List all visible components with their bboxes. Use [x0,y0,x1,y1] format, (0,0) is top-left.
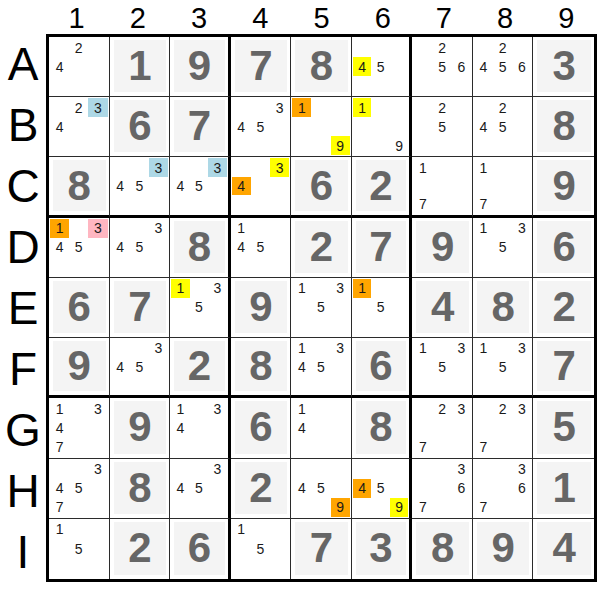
cell-H3[interactable]: 345 [170,459,231,519]
column-label-1: 1 [46,0,107,34]
cell-I6[interactable]: 3 [352,519,413,579]
row-label-I: I [0,521,46,582]
cell-D5[interactable]: 2 [291,218,352,278]
pencil-mark-F5-1: 1 [292,339,311,357]
pencil-mark-F7-3: 3 [452,339,471,357]
cell-I7[interactable]: 8 [412,519,473,579]
pencil-mark-A6-5: 5 [371,57,390,76]
cell-C1[interactable]: 8 [49,157,110,217]
column-label-3: 3 [168,0,229,34]
pencil-mark-B1-4: 4 [50,117,69,136]
solved-digit-D3: 8 [174,221,225,273]
cell-H1[interactable]: 3457 [49,459,110,519]
pencil-mark-H1-7: 7 [50,498,69,517]
pencil-grid-H7: 367 [413,460,471,517]
pencil-mark-C7-7: 7 [413,195,432,213]
pencil-grid-A8: 2456 [474,38,532,95]
pencil-mark-E3-1: 1 [171,279,190,298]
solved-digit-E8: 8 [477,281,530,333]
pencil-mark-F5-3: 3 [331,339,350,357]
pencil-mark-F7-1: 1 [413,339,432,357]
pencil-mark-D4-5: 5 [251,238,270,257]
pencil-mark-H6-4: 4 [353,479,372,498]
pencil-mark-H8-3: 3 [512,460,531,479]
cell-B4[interactable]: 345 [231,97,292,157]
row-label-G: G [0,399,46,460]
pencil-mark-A8-5: 5 [493,57,512,76]
pencil-mark-H5-4: 4 [292,479,311,498]
cell-E8[interactable]: 8 [473,278,534,338]
solved-digit-D9: 6 [537,221,591,273]
pencil-grid-E5: 135 [292,279,350,336]
pencil-grid-C8: 17 [474,158,532,213]
pencil-mark-G7-3: 3 [452,399,471,418]
pencil-mark-C4-4: 4 [232,177,251,195]
solved-digit-I8: 9 [477,522,530,575]
solved-digit-E2: 7 [114,281,167,333]
pencil-mark-B4-5: 5 [251,117,270,136]
pencil-mark-B7-5: 5 [433,117,452,136]
cell-B8[interactable]: 245 [473,97,534,157]
cell-E4[interactable]: 9 [231,278,292,338]
pencil-mark-I1-1: 1 [50,520,69,539]
cell-D1[interactable]: 1345 [49,218,110,278]
solved-digit-I2: 2 [114,522,167,575]
pencil-grid-D2: 345 [111,219,169,276]
pencil-mark-G1-1: 1 [50,399,69,418]
cell-E2[interactable]: 7 [110,278,171,338]
row-label-D: D [0,217,46,278]
pencil-mark-I4-5: 5 [251,539,270,558]
pencil-mark-B8-5: 5 [493,117,512,136]
cell-E6[interactable]: 15 [352,278,413,338]
cell-I5[interactable]: 7 [291,519,352,579]
pencil-mark-B1-3: 3 [88,98,107,117]
pencil-grid-F7: 135 [413,339,471,394]
cell-H6[interactable]: 459 [352,459,413,519]
pencil-mark-E5-5: 5 [311,298,330,317]
cell-G7[interactable]: 237 [412,398,473,458]
pencil-mark-H3-5: 5 [190,479,209,498]
pencil-mark-F2-5: 5 [130,358,149,376]
pencil-mark-B4-4: 4 [232,117,251,136]
sudoku-grid: 2419784525624563234673451919252458834534… [46,34,597,582]
cell-G1[interactable]: 1347 [49,398,110,458]
cell-C9[interactable]: 9 [533,157,594,217]
cell-I8[interactable]: 9 [473,519,534,579]
pencil-mark-G8-2: 2 [493,399,512,418]
cell-G2[interactable]: 9 [110,398,171,458]
solved-digit-D7: 9 [416,221,469,273]
cell-B9[interactable]: 8 [533,97,594,157]
cell-I1[interactable]: 15 [49,519,110,579]
pencil-mark-H1-5: 5 [69,479,88,498]
pencil-grid-F8: 135 [474,339,532,394]
solved-digit-D5: 2 [295,221,348,273]
pencil-mark-G8-7: 7 [474,437,493,456]
pencil-mark-H7-6: 6 [452,479,471,498]
pencil-mark-C8-1: 1 [474,158,493,176]
pencil-mark-B6-1: 1 [353,98,372,117]
pencil-mark-C7-1: 1 [413,158,432,176]
pencil-mark-D1-1: 1 [50,219,69,238]
solved-digit-C6: 2 [356,160,407,210]
pencil-mark-A7-2: 2 [433,38,452,57]
pencil-mark-C2-4: 4 [111,177,130,195]
pencil-mark-H3-3: 3 [208,460,227,479]
pencil-mark-F8-1: 1 [474,339,493,357]
pencil-grid-A6: 45 [353,38,409,95]
cell-H8[interactable]: 367 [473,459,534,519]
cell-C2[interactable]: 345 [110,157,171,217]
pencil-grid-A7: 256 [413,38,471,95]
pencil-grid-D8: 135 [474,219,532,276]
pencil-mark-E5-3: 3 [331,279,350,298]
column-label-5: 5 [291,0,352,34]
solved-digit-G6: 8 [356,401,407,453]
cell-F5[interactable]: 1345 [291,338,352,398]
pencil-mark-H8-6: 6 [512,479,531,498]
pencil-grid-H8: 367 [474,460,532,517]
cell-D6[interactable]: 7 [352,218,413,278]
column-label-8: 8 [475,0,536,34]
row-label-B: B [0,95,46,156]
cell-E1[interactable]: 6 [49,278,110,338]
pencil-grid-C2: 345 [111,158,169,213]
pencil-grid-H5: 459 [292,460,350,517]
pencil-mark-I1-5: 5 [69,539,88,558]
pencil-mark-B6-9: 9 [390,136,409,155]
pencil-grid-B7: 25 [413,98,471,155]
cell-B5[interactable]: 19 [291,97,352,157]
pencil-mark-E5-1: 1 [292,279,311,298]
cell-I3[interactable]: 6 [170,519,231,579]
pencil-mark-D8-1: 1 [474,219,493,238]
cell-D3[interactable]: 8 [170,218,231,278]
pencil-grid-B6: 19 [353,98,409,155]
pencil-mark-A8-6: 6 [512,57,531,76]
pencil-mark-F5-5: 5 [311,358,330,376]
pencil-mark-H6-9: 9 [390,498,409,517]
pencil-grid-C3: 345 [171,158,227,213]
solved-digit-H9: 1 [537,462,591,514]
pencil-mark-A8-4: 4 [474,57,493,76]
pencil-mark-F2-3: 3 [149,339,168,357]
pencil-mark-D8-3: 3 [512,219,531,238]
pencil-grid-H1: 3457 [50,460,108,517]
solved-digit-B2: 6 [114,100,167,152]
pencil-mark-D8-5: 5 [493,238,512,257]
solved-digit-A2: 1 [114,40,167,92]
sudoku-app: 123456789 ABCDEFGHI 24197845256245632346… [0,0,600,589]
pencil-mark-E6-5: 5 [371,298,390,317]
pencil-grid-B1: 234 [50,98,108,155]
pencil-mark-F2-4: 4 [111,358,130,376]
pencil-grid-E6: 15 [353,279,409,336]
cell-A9[interactable]: 3 [533,37,594,97]
solved-digit-B3: 7 [174,100,225,152]
column-label-2: 2 [107,0,168,34]
pencil-mark-F5-4: 4 [292,358,311,376]
pencil-mark-A7-5: 5 [433,57,452,76]
pencil-mark-C8-7: 7 [474,195,493,213]
pencil-mark-B8-4: 4 [474,117,493,136]
row-label-C: C [0,156,46,217]
pencil-mark-G7-2: 2 [433,399,452,418]
pencil-mark-D4-1: 1 [232,219,251,238]
pencil-mark-H5-9: 9 [331,498,350,517]
cell-C8[interactable]: 17 [473,157,534,217]
column-labels: 123456789 [46,0,597,34]
cell-D4[interactable]: 145 [231,218,292,278]
pencil-grid-F5: 1345 [292,339,350,394]
cell-F1[interactable]: 9 [49,338,110,398]
pencil-mark-D1-5: 5 [69,238,88,257]
pencil-mark-G3-4: 4 [171,418,190,437]
cell-H2[interactable]: 8 [110,459,171,519]
cell-E5[interactable]: 135 [291,278,352,338]
pencil-mark-A7-6: 6 [452,57,471,76]
pencil-mark-E6-1: 1 [353,279,372,298]
pencil-mark-G3-3: 3 [208,399,227,418]
pencil-mark-H6-5: 5 [371,479,390,498]
pencil-mark-H1-4: 4 [50,479,69,498]
pencil-mark-A1-4: 4 [50,57,69,76]
column-label-7: 7 [413,0,474,34]
cell-G4[interactable]: 6 [231,398,292,458]
solved-digit-F9: 7 [537,341,591,391]
cell-F2[interactable]: 345 [110,338,171,398]
solved-digit-A4: 7 [235,40,288,92]
cell-B2[interactable]: 6 [110,97,171,157]
cell-A1[interactable]: 24 [49,37,110,97]
pencil-mark-F8-3: 3 [512,339,531,357]
pencil-grid-H3: 345 [171,460,227,517]
pencil-mark-F7-5: 5 [433,358,452,376]
column-label-4: 4 [230,0,291,34]
pencil-mark-G1-7: 7 [50,437,69,456]
row-label-H: H [0,460,46,521]
pencil-grid-G1: 1347 [50,399,108,456]
pencil-mark-D2-5: 5 [130,238,149,257]
cell-D7[interactable]: 9 [412,218,473,278]
pencil-grid-F2: 345 [111,339,169,394]
solved-digit-F1: 9 [53,341,106,391]
solved-digit-H2: 8 [114,462,167,514]
cell-A6[interactable]: 45 [352,37,413,97]
cell-C5[interactable]: 6 [291,157,352,217]
cell-F8[interactable]: 135 [473,338,534,398]
solved-digit-G4: 6 [235,401,288,453]
solved-digit-D6: 7 [356,221,407,273]
pencil-mark-D1-4: 4 [50,238,69,257]
cell-F4[interactable]: 8 [231,338,292,398]
pencil-mark-B7-2: 2 [433,98,452,117]
cell-B7[interactable]: 25 [412,97,473,157]
solved-digit-A9: 3 [537,40,591,92]
cell-G6[interactable]: 8 [352,398,413,458]
solved-digit-C5: 6 [295,160,348,210]
cell-E7[interactable]: 4 [412,278,473,338]
pencil-mark-B5-9: 9 [331,136,350,155]
solved-digit-E1: 6 [53,281,106,333]
solved-digit-A5: 8 [295,40,348,92]
pencil-mark-G1-4: 4 [50,418,69,437]
pencil-mark-B1-2: 2 [69,98,88,117]
cell-H9[interactable]: 1 [533,459,594,519]
solved-digit-G9: 5 [537,401,591,453]
cell-H5[interactable]: 459 [291,459,352,519]
pencil-grid-G3: 134 [171,399,227,456]
cell-I9[interactable]: 4 [533,519,594,579]
solved-digit-I3: 6 [174,522,225,575]
pencil-grid-B5: 19 [292,98,350,155]
cell-E3[interactable]: 135 [170,278,231,338]
pencil-mark-G1-3: 3 [88,399,107,418]
pencil-mark-E3-5: 5 [190,298,209,317]
cell-B1[interactable]: 234 [49,97,110,157]
pencil-mark-G7-7: 7 [413,437,432,456]
pencil-mark-C2-5: 5 [130,177,149,195]
pencil-mark-D2-4: 4 [111,238,130,257]
row-label-F: F [0,338,46,399]
pencil-grid-E3: 135 [171,279,227,336]
pencil-mark-B4-3: 3 [270,98,289,117]
pencil-mark-D1-3: 3 [88,219,107,238]
pencil-mark-E3-3: 3 [208,279,227,298]
cell-C6[interactable]: 2 [352,157,413,217]
pencil-mark-H8-7: 7 [474,498,493,517]
pencil-mark-C2-3: 3 [149,158,168,176]
cell-A2[interactable]: 1 [110,37,171,97]
cell-G5[interactable]: 14 [291,398,352,458]
pencil-mark-G5-1: 1 [292,399,311,418]
cell-G9[interactable]: 5 [533,398,594,458]
cell-A7[interactable]: 256 [412,37,473,97]
pencil-mark-H3-4: 4 [171,479,190,498]
pencil-mark-B8-2: 2 [493,98,512,117]
pencil-mark-C3-4: 4 [171,177,190,195]
cell-G8[interactable]: 237 [473,398,534,458]
cell-I2[interactable]: 2 [110,519,171,579]
solved-digit-G2: 9 [114,401,167,453]
row-labels: ABCDEFGHI [0,34,46,582]
pencil-mark-C3-3: 3 [208,158,227,176]
pencil-mark-H7-3: 3 [452,460,471,479]
solved-digit-E9: 2 [537,281,591,333]
column-label-9: 9 [536,0,597,34]
pencil-mark-H7-7: 7 [413,498,432,517]
cell-B3[interactable]: 7 [170,97,231,157]
pencil-grid-H6: 459 [353,460,409,517]
pencil-mark-G5-4: 4 [292,418,311,437]
cell-C7[interactable]: 17 [412,157,473,217]
pencil-mark-C3-5: 5 [190,177,209,195]
solved-digit-H4: 2 [235,462,288,514]
solved-digit-I6: 3 [356,522,407,575]
pencil-mark-A1-2: 2 [69,38,88,57]
pencil-grid-B8: 245 [474,98,532,155]
cell-F6[interactable]: 6 [352,338,413,398]
pencil-mark-D2-3: 3 [149,219,168,238]
pencil-mark-G8-3: 3 [512,399,531,418]
pencil-grid-G8: 237 [474,399,532,456]
pencil-mark-H5-5: 5 [311,479,330,498]
cell-E9[interactable]: 2 [533,278,594,338]
pencil-grid-G5: 14 [292,399,350,456]
solved-digit-E7: 4 [416,281,469,333]
pencil-mark-G3-1: 1 [171,399,190,418]
pencil-mark-C4-3: 3 [270,158,289,176]
pencil-mark-B5-1: 1 [292,98,311,117]
cell-D2[interactable]: 345 [110,218,171,278]
cell-H4[interactable]: 2 [231,459,292,519]
solved-digit-I5: 7 [295,522,348,575]
cell-G3[interactable]: 134 [170,398,231,458]
cell-D9[interactable]: 6 [533,218,594,278]
solved-digit-B9: 8 [537,100,591,152]
row-label-A: A [0,34,46,95]
cell-F3[interactable]: 2 [170,338,231,398]
cell-I4[interactable]: 15 [231,519,292,579]
solved-digit-F3: 2 [174,341,225,391]
pencil-grid-D1: 1345 [50,219,108,276]
pencil-mark-A6-4: 4 [353,57,372,76]
solved-digit-C9: 9 [537,160,591,210]
pencil-grid-B4: 345 [232,98,290,155]
pencil-mark-H1-3: 3 [88,460,107,479]
solved-digit-E4: 9 [235,281,288,333]
column-label-6: 6 [352,0,413,34]
pencil-grid-A1: 24 [50,38,108,95]
row-label-E: E [0,278,46,339]
pencil-mark-F8-5: 5 [493,358,512,376]
cell-H7[interactable]: 367 [412,459,473,519]
cell-C4[interactable]: 34 [231,157,292,217]
pencil-grid-C4: 34 [232,158,290,213]
pencil-grid-I4: 15 [232,520,290,578]
cell-A5[interactable]: 8 [291,37,352,97]
pencil-mark-I4-1: 1 [232,520,251,539]
cell-B6[interactable]: 19 [352,97,413,157]
cell-C3[interactable]: 345 [170,157,231,217]
solved-digit-F4: 8 [235,341,288,391]
pencil-grid-I1: 15 [50,520,108,578]
pencil-grid-C7: 17 [413,158,471,213]
cell-A8[interactable]: 2456 [473,37,534,97]
pencil-mark-A8-2: 2 [493,38,512,57]
cell-A3[interactable]: 9 [170,37,231,97]
pencil-mark-D4-4: 4 [232,238,251,257]
solved-digit-C1: 8 [53,160,106,210]
solved-digit-I7: 8 [416,522,469,575]
cell-F7[interactable]: 135 [412,338,473,398]
cell-F9[interactable]: 7 [533,338,594,398]
solved-digit-F6: 6 [356,341,407,391]
solved-digit-I9: 4 [537,522,591,575]
cell-D8[interactable]: 135 [473,218,534,278]
pencil-grid-D4: 145 [232,219,290,276]
pencil-grid-G7: 237 [413,399,471,456]
cell-A4[interactable]: 7 [231,37,292,97]
solved-digit-A3: 9 [174,40,225,92]
